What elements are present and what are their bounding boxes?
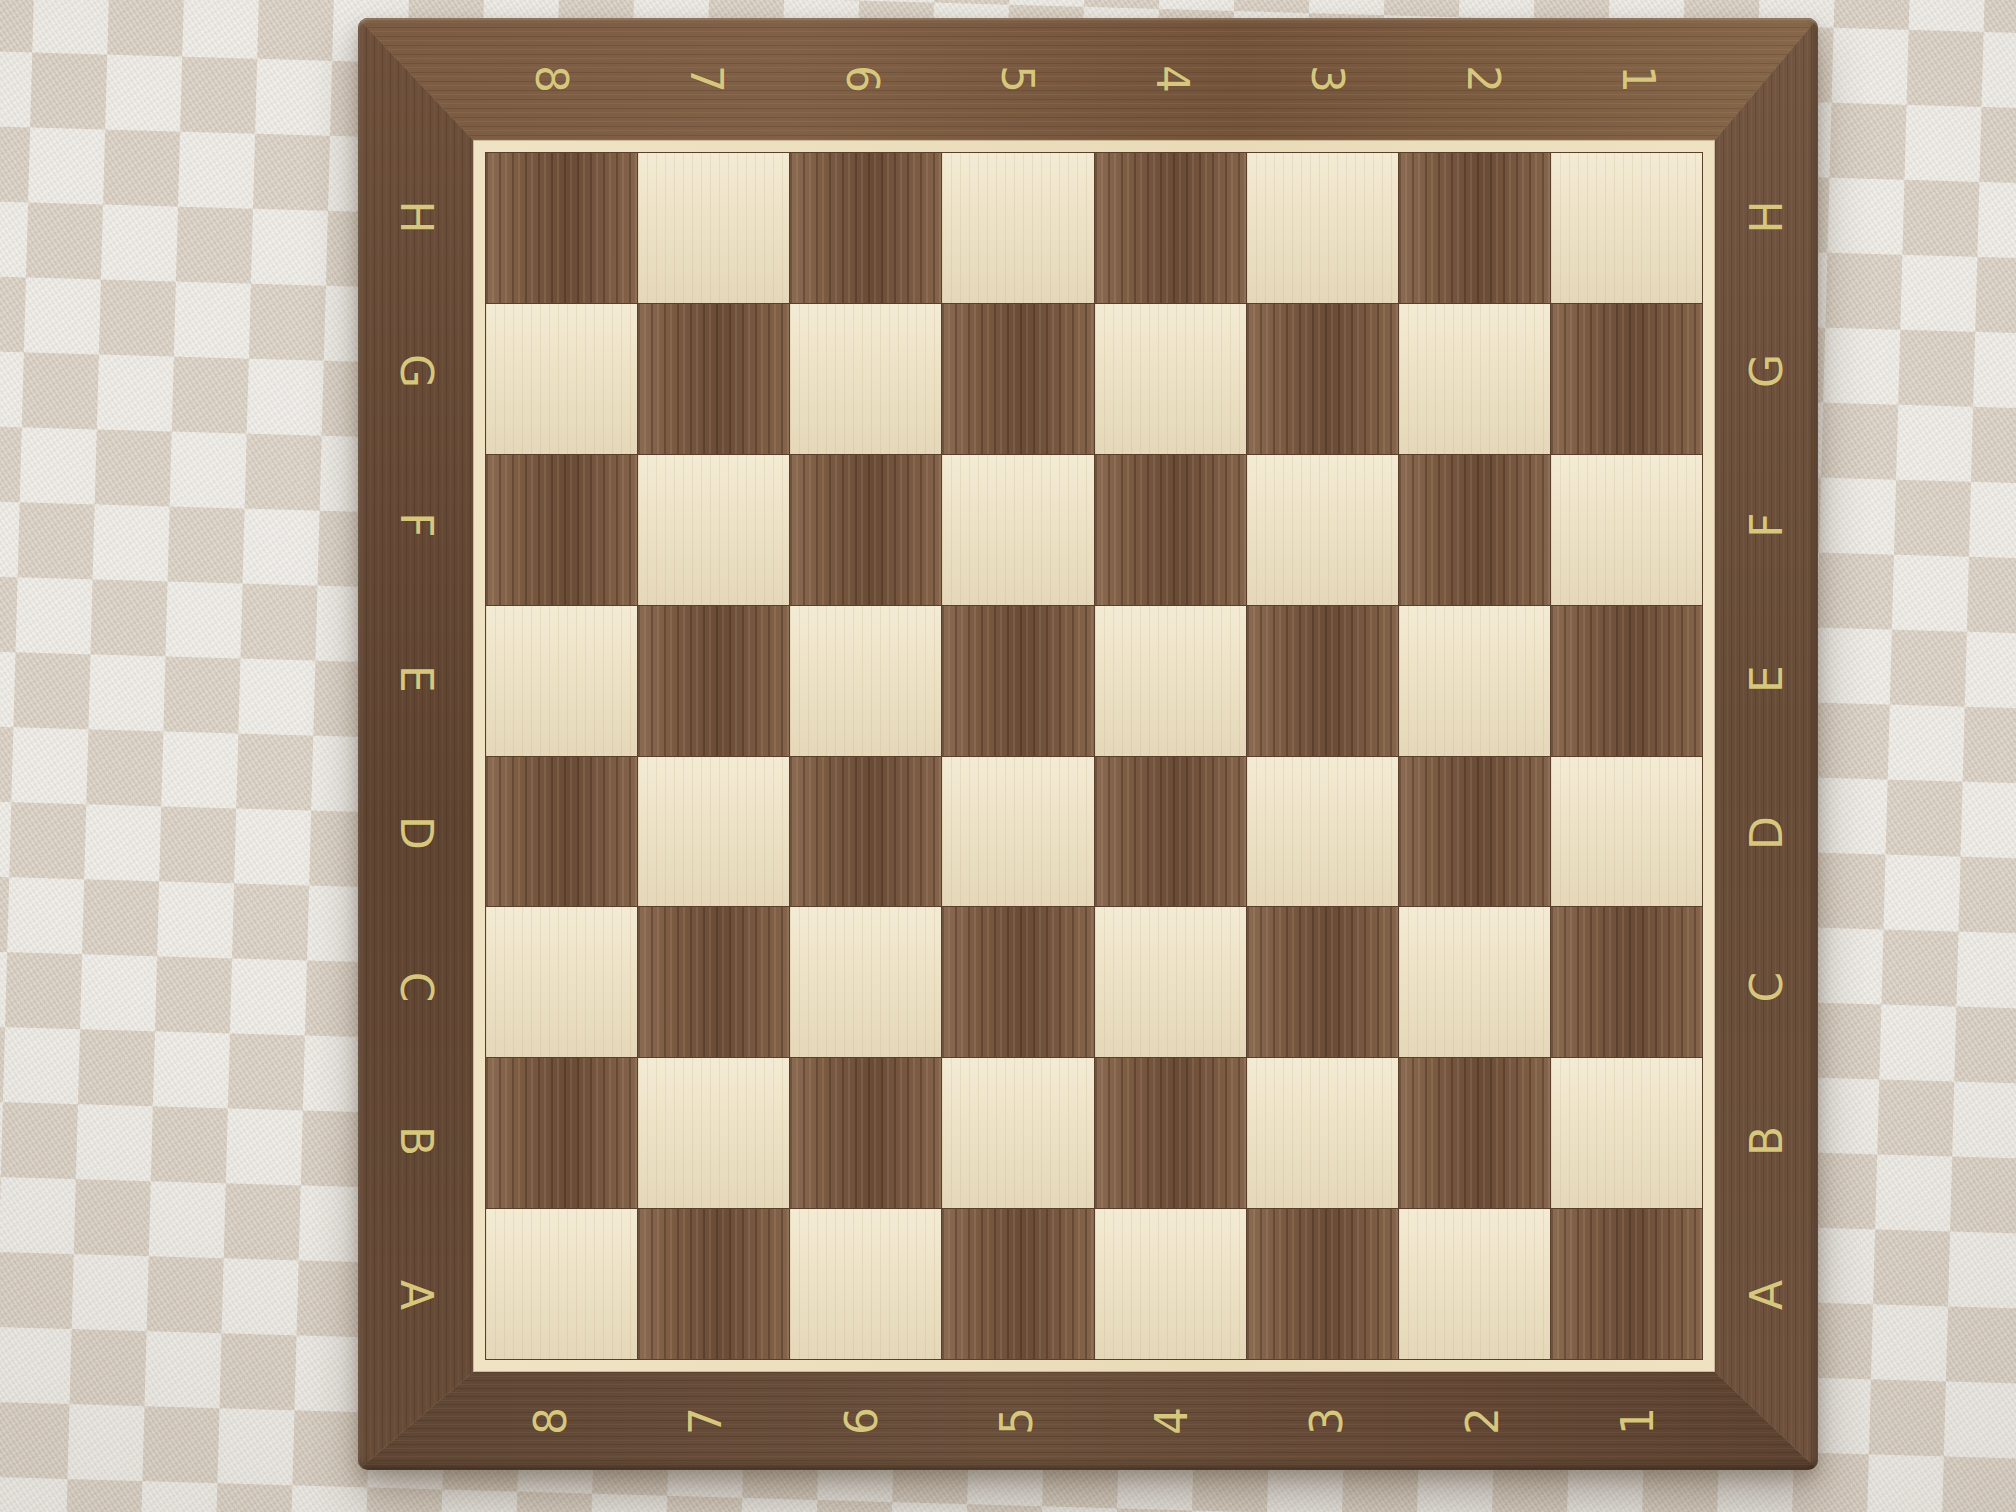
square-a8	[486, 1209, 637, 1359]
square-c2	[1399, 907, 1550, 1057]
rank-label-top-4: 4	[1111, 18, 1233, 157]
square-g7	[638, 304, 789, 454]
photo-scene: 87654321 87654321 HGFEDCBA HGFEDCBA	[0, 0, 2016, 1512]
rank-label-bottom-1: 1	[1588, 1343, 1686, 1470]
square-h7	[638, 153, 789, 303]
square-d7	[638, 757, 789, 907]
square-d4	[1095, 757, 1246, 907]
rank-label-top-6: 6	[800, 18, 922, 157]
files-right: HGFEDCBA	[1715, 140, 1818, 1372]
file-label-left-d: D	[358, 776, 493, 891]
ranks-bottom: 87654321	[473, 1372, 1715, 1470]
square-f1	[1551, 455, 1702, 605]
square-a7	[638, 1209, 789, 1359]
file-label-right-h: H	[1690, 166, 1819, 269]
rank-label-bottom-4: 4	[1123, 1343, 1221, 1470]
rank-label-top-8: 8	[490, 18, 612, 157]
square-b1	[1551, 1058, 1702, 1208]
square-c1	[1551, 907, 1702, 1057]
square-h2	[1399, 153, 1550, 303]
square-e3	[1247, 606, 1398, 756]
square-g4	[1095, 304, 1246, 454]
rank-label-bottom-5: 5	[967, 1343, 1065, 1470]
square-c4	[1095, 907, 1246, 1057]
square-h1	[1551, 153, 1702, 303]
square-h4	[1095, 153, 1246, 303]
square-e7	[638, 606, 789, 756]
square-a3	[1247, 1209, 1398, 1359]
file-label-right-c: C	[1690, 936, 1819, 1039]
square-h5	[942, 153, 1093, 303]
square-a1	[1551, 1209, 1702, 1359]
square-a6	[790, 1209, 941, 1359]
square-f6	[790, 455, 941, 605]
file-label-right-a: A	[1690, 1244, 1819, 1347]
square-f7	[638, 455, 789, 605]
square-d6	[790, 757, 941, 907]
file-label-right-d: D	[1690, 782, 1819, 885]
square-g1	[1551, 304, 1702, 454]
file-label-right-e: E	[1690, 628, 1819, 731]
chess-board: 87654321 87654321 HGFEDCBA HGFEDCBA	[358, 18, 1818, 1470]
file-label-left-c: C	[358, 930, 493, 1045]
square-a2	[1399, 1209, 1550, 1359]
square-d3	[1247, 757, 1398, 907]
square-b3	[1247, 1058, 1398, 1208]
square-d1	[1551, 757, 1702, 907]
files-left: HGFEDCBA	[358, 140, 473, 1372]
rank-label-bottom-7: 7	[657, 1343, 755, 1470]
square-b8	[486, 1058, 637, 1208]
square-e4	[1095, 606, 1246, 756]
rank-label-bottom-8: 8	[502, 1343, 600, 1470]
ranks-top: 87654321	[473, 18, 1715, 140]
square-e5	[942, 606, 1093, 756]
file-label-left-e: E	[358, 622, 493, 737]
square-g3	[1247, 304, 1398, 454]
file-label-right-g: G	[1690, 320, 1819, 423]
board-grid	[485, 152, 1703, 1360]
square-d8	[486, 757, 637, 907]
file-label-left-b: B	[358, 1084, 493, 1199]
file-label-left-h: H	[358, 160, 493, 275]
file-label-left-g: G	[358, 314, 493, 429]
rank-label-top-3: 3	[1266, 18, 1388, 157]
square-f4	[1095, 455, 1246, 605]
rank-label-top-5: 5	[955, 18, 1077, 157]
board-inlay-border	[473, 140, 1715, 1372]
rank-label-bottom-3: 3	[1278, 1343, 1376, 1470]
square-e8	[486, 606, 637, 756]
square-c8	[486, 907, 637, 1057]
rank-label-top-1: 1	[1576, 18, 1698, 157]
square-e6	[790, 606, 941, 756]
square-e1	[1551, 606, 1702, 756]
square-f2	[1399, 455, 1550, 605]
square-c5	[942, 907, 1093, 1057]
rank-label-top-7: 7	[645, 18, 767, 157]
square-b5	[942, 1058, 1093, 1208]
square-f8	[486, 455, 637, 605]
square-g8	[486, 304, 637, 454]
square-c6	[790, 907, 941, 1057]
square-g6	[790, 304, 941, 454]
square-b6	[790, 1058, 941, 1208]
square-c3	[1247, 907, 1398, 1057]
file-label-right-f: F	[1690, 474, 1819, 577]
file-label-left-f: F	[358, 468, 493, 583]
file-label-left-a: A	[358, 1238, 493, 1353]
rank-label-top-2: 2	[1421, 18, 1543, 157]
square-g5	[942, 304, 1093, 454]
square-g2	[1399, 304, 1550, 454]
square-h3	[1247, 153, 1398, 303]
square-f5	[942, 455, 1093, 605]
square-h8	[486, 153, 637, 303]
rank-label-bottom-6: 6	[812, 1343, 910, 1470]
square-b7	[638, 1058, 789, 1208]
square-d2	[1399, 757, 1550, 907]
square-b4	[1095, 1058, 1246, 1208]
square-a5	[942, 1209, 1093, 1359]
square-d5	[942, 757, 1093, 907]
rank-label-bottom-2: 2	[1433, 1343, 1531, 1470]
square-f3	[1247, 455, 1398, 605]
square-h6	[790, 153, 941, 303]
square-a4	[1095, 1209, 1246, 1359]
file-label-right-b: B	[1690, 1090, 1819, 1193]
square-e2	[1399, 606, 1550, 756]
square-c7	[638, 907, 789, 1057]
square-b2	[1399, 1058, 1550, 1208]
